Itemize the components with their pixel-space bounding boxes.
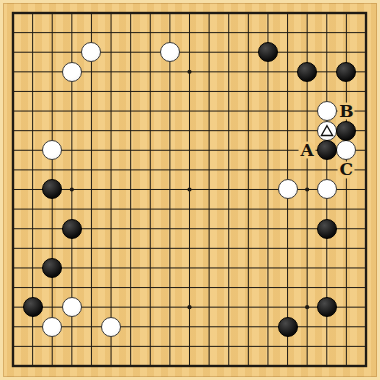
intersection[interactable]	[199, 160, 219, 180]
intersection[interactable]	[297, 199, 317, 219]
intersection[interactable]	[199, 23, 219, 43]
intersection[interactable]	[101, 199, 121, 219]
intersection[interactable]	[121, 219, 141, 239]
intersection[interactable]	[62, 121, 82, 141]
intersection[interactable]	[297, 317, 317, 337]
intersection[interactable]	[356, 23, 376, 43]
intersection[interactable]	[3, 101, 23, 121]
intersection[interactable]	[278, 199, 298, 219]
intersection[interactable]	[23, 239, 43, 259]
intersection[interactable]	[258, 82, 278, 102]
intersection[interactable]	[278, 278, 298, 298]
intersection[interactable]	[121, 317, 141, 337]
intersection[interactable]	[3, 258, 23, 278]
intersection[interactable]	[219, 219, 239, 239]
intersection[interactable]	[3, 23, 23, 43]
intersection[interactable]	[317, 239, 337, 259]
intersection[interactable]	[62, 356, 82, 376]
intersection[interactable]	[278, 239, 298, 259]
intersection[interactable]	[258, 356, 278, 376]
intersection[interactable]	[82, 140, 102, 160]
intersection[interactable]	[219, 180, 239, 200]
intersection[interactable]	[82, 23, 102, 43]
intersection[interactable]	[140, 219, 160, 239]
intersection[interactable]	[199, 82, 219, 102]
intersection[interactable]	[180, 356, 200, 376]
intersection[interactable]	[140, 42, 160, 62]
intersection[interactable]	[219, 101, 239, 121]
intersection[interactable]	[82, 356, 102, 376]
intersection[interactable]	[258, 160, 278, 180]
intersection[interactable]	[199, 258, 219, 278]
intersection[interactable]	[82, 297, 102, 317]
intersection[interactable]	[121, 297, 141, 317]
intersection[interactable]	[199, 317, 219, 337]
intersection[interactable]	[160, 3, 180, 23]
intersection[interactable]	[278, 101, 298, 121]
intersection[interactable]	[337, 278, 357, 298]
intersection[interactable]	[180, 42, 200, 62]
intersection[interactable]	[62, 239, 82, 259]
intersection[interactable]	[121, 62, 141, 82]
intersection[interactable]	[180, 160, 200, 180]
intersection[interactable]	[297, 258, 317, 278]
intersection[interactable]	[278, 23, 298, 43]
intersection[interactable]	[101, 258, 121, 278]
intersection[interactable]	[356, 140, 376, 160]
intersection[interactable]	[180, 278, 200, 298]
intersection[interactable]	[180, 199, 200, 219]
intersection[interactable]	[337, 3, 357, 23]
intersection[interactable]	[180, 140, 200, 160]
intersection[interactable]	[140, 62, 160, 82]
intersection[interactable]	[297, 337, 317, 357]
intersection[interactable]	[258, 239, 278, 259]
intersection[interactable]	[82, 82, 102, 102]
intersection[interactable]	[101, 180, 121, 200]
intersection[interactable]	[199, 121, 219, 141]
intersection[interactable]	[258, 140, 278, 160]
intersection[interactable]	[258, 258, 278, 278]
intersection[interactable]	[337, 82, 357, 102]
intersection[interactable]	[62, 82, 82, 102]
intersection[interactable]	[3, 42, 23, 62]
intersection[interactable]	[140, 121, 160, 141]
intersection[interactable]	[199, 337, 219, 357]
intersection[interactable]	[140, 180, 160, 200]
intersection[interactable]	[42, 42, 62, 62]
intersection[interactable]	[278, 140, 298, 160]
intersection[interactable]	[82, 121, 102, 141]
intersection[interactable]	[62, 258, 82, 278]
intersection[interactable]	[219, 62, 239, 82]
intersection[interactable]	[82, 337, 102, 357]
intersection[interactable]	[297, 3, 317, 23]
intersection[interactable]	[337, 337, 357, 357]
intersection[interactable]	[160, 23, 180, 43]
intersection[interactable]	[160, 317, 180, 337]
intersection[interactable]	[121, 121, 141, 141]
intersection[interactable]	[278, 121, 298, 141]
intersection[interactable]	[42, 199, 62, 219]
intersection[interactable]	[23, 62, 43, 82]
intersection[interactable]	[42, 297, 62, 317]
intersection[interactable]	[258, 317, 278, 337]
intersection[interactable]	[3, 121, 23, 141]
intersection[interactable]	[219, 239, 239, 259]
intersection[interactable]	[42, 62, 62, 82]
intersection[interactable]	[62, 160, 82, 180]
intersection[interactable]	[62, 101, 82, 121]
intersection[interactable]	[278, 337, 298, 357]
intersection[interactable]	[258, 219, 278, 239]
intersection[interactable]	[3, 199, 23, 219]
intersection[interactable]	[337, 297, 357, 317]
intersection[interactable]	[121, 278, 141, 298]
intersection[interactable]	[219, 23, 239, 43]
intersection[interactable]	[101, 23, 121, 43]
intersection[interactable]	[180, 297, 200, 317]
intersection[interactable]	[258, 180, 278, 200]
intersection[interactable]	[160, 239, 180, 259]
intersection[interactable]	[23, 160, 43, 180]
intersection[interactable]	[317, 199, 337, 219]
intersection[interactable]	[3, 239, 23, 259]
intersection[interactable]	[219, 258, 239, 278]
intersection[interactable]	[42, 219, 62, 239]
intersection[interactable]	[82, 258, 102, 278]
intersection[interactable]	[219, 199, 239, 219]
intersection[interactable]	[180, 82, 200, 102]
intersection[interactable]	[356, 219, 376, 239]
intersection[interactable]	[101, 140, 121, 160]
intersection[interactable]	[337, 180, 357, 200]
intersection[interactable]	[121, 356, 141, 376]
intersection[interactable]	[219, 356, 239, 376]
intersection[interactable]	[297, 101, 317, 121]
intersection[interactable]	[219, 278, 239, 298]
intersection[interactable]	[101, 297, 121, 317]
intersection[interactable]	[180, 101, 200, 121]
intersection[interactable]	[62, 337, 82, 357]
intersection[interactable]	[82, 160, 102, 180]
intersection[interactable]	[297, 160, 317, 180]
intersection[interactable]	[23, 337, 43, 357]
intersection[interactable]	[180, 258, 200, 278]
intersection[interactable]	[160, 160, 180, 180]
intersection[interactable]	[180, 62, 200, 82]
intersection[interactable]	[121, 101, 141, 121]
intersection[interactable]	[140, 160, 160, 180]
intersection[interactable]	[3, 337, 23, 357]
intersection[interactable]	[219, 121, 239, 141]
intersection[interactable]	[356, 160, 376, 180]
intersection[interactable]	[82, 239, 102, 259]
intersection[interactable]	[82, 278, 102, 298]
intersection[interactable]	[337, 199, 357, 219]
intersection[interactable]	[356, 3, 376, 23]
intersection[interactable]	[160, 337, 180, 357]
intersection[interactable]	[42, 23, 62, 43]
intersection[interactable]	[3, 82, 23, 102]
intersection[interactable]	[258, 101, 278, 121]
intersection[interactable]	[297, 239, 317, 259]
intersection[interactable]	[180, 121, 200, 141]
intersection[interactable]	[3, 160, 23, 180]
intersection[interactable]	[3, 356, 23, 376]
intersection[interactable]	[121, 3, 141, 23]
intersection[interactable]	[239, 140, 259, 160]
intersection[interactable]	[101, 239, 121, 259]
intersection[interactable]	[356, 199, 376, 219]
intersection[interactable]	[101, 82, 121, 102]
intersection[interactable]	[121, 180, 141, 200]
intersection[interactable]	[337, 23, 357, 43]
intersection[interactable]	[258, 199, 278, 219]
intersection[interactable]	[23, 140, 43, 160]
intersection[interactable]	[3, 3, 23, 23]
intersection[interactable]	[239, 278, 259, 298]
intersection[interactable]	[82, 101, 102, 121]
intersection[interactable]	[160, 219, 180, 239]
intersection[interactable]	[278, 62, 298, 82]
intersection[interactable]	[337, 219, 357, 239]
intersection[interactable]	[42, 121, 62, 141]
intersection[interactable]	[82, 199, 102, 219]
intersection[interactable]	[121, 82, 141, 102]
intersection[interactable]	[356, 62, 376, 82]
intersection[interactable]	[297, 180, 317, 200]
intersection[interactable]	[258, 3, 278, 23]
intersection[interactable]	[140, 101, 160, 121]
intersection[interactable]	[239, 121, 259, 141]
intersection[interactable]	[140, 239, 160, 259]
intersection[interactable]	[356, 317, 376, 337]
intersection[interactable]	[101, 278, 121, 298]
intersection[interactable]	[160, 62, 180, 82]
intersection[interactable]	[239, 337, 259, 357]
intersection[interactable]	[337, 317, 357, 337]
intersection[interactable]	[297, 42, 317, 62]
intersection[interactable]	[239, 62, 259, 82]
intersection[interactable]	[258, 297, 278, 317]
intersection[interactable]	[101, 219, 121, 239]
intersection[interactable]	[317, 356, 337, 376]
intersection[interactable]	[239, 317, 259, 337]
intersection[interactable]	[356, 101, 376, 121]
intersection[interactable]	[297, 356, 317, 376]
intersection[interactable]	[62, 140, 82, 160]
intersection[interactable]	[23, 3, 43, 23]
intersection[interactable]	[140, 258, 160, 278]
intersection[interactable]	[62, 278, 82, 298]
intersection[interactable]	[3, 140, 23, 160]
intersection[interactable]	[62, 3, 82, 23]
intersection[interactable]	[297, 121, 317, 141]
intersection[interactable]	[140, 356, 160, 376]
intersection[interactable]	[23, 42, 43, 62]
intersection[interactable]	[356, 42, 376, 62]
intersection[interactable]	[121, 199, 141, 219]
intersection[interactable]	[140, 337, 160, 357]
intersection[interactable]	[317, 278, 337, 298]
intersection[interactable]	[356, 121, 376, 141]
intersection[interactable]	[101, 3, 121, 23]
intersection[interactable]	[101, 42, 121, 62]
intersection[interactable]	[42, 239, 62, 259]
intersection[interactable]	[278, 297, 298, 317]
intersection[interactable]	[23, 180, 43, 200]
intersection[interactable]	[219, 337, 239, 357]
intersection[interactable]	[42, 101, 62, 121]
intersection[interactable]	[199, 278, 219, 298]
intersection[interactable]	[101, 160, 121, 180]
intersection[interactable]	[140, 82, 160, 102]
intersection[interactable]	[101, 121, 121, 141]
intersection[interactable]	[199, 101, 219, 121]
intersection[interactable]	[317, 160, 337, 180]
intersection[interactable]	[258, 337, 278, 357]
intersection[interactable]	[121, 23, 141, 43]
intersection[interactable]	[42, 356, 62, 376]
intersection[interactable]	[140, 23, 160, 43]
intersection[interactable]	[239, 3, 259, 23]
intersection[interactable]	[42, 160, 62, 180]
intersection[interactable]	[62, 42, 82, 62]
intersection[interactable]	[180, 317, 200, 337]
intersection[interactable]	[160, 258, 180, 278]
intersection[interactable]	[199, 356, 219, 376]
intersection[interactable]	[278, 82, 298, 102]
intersection[interactable]	[23, 82, 43, 102]
intersection[interactable]	[140, 199, 160, 219]
intersection[interactable]	[180, 239, 200, 259]
intersection[interactable]	[160, 101, 180, 121]
intersection[interactable]	[239, 219, 259, 239]
intersection[interactable]	[3, 278, 23, 298]
intersection[interactable]	[356, 356, 376, 376]
intersection[interactable]	[199, 42, 219, 62]
intersection[interactable]	[3, 180, 23, 200]
intersection[interactable]	[160, 140, 180, 160]
intersection[interactable]	[278, 3, 298, 23]
intersection[interactable]	[337, 258, 357, 278]
intersection[interactable]	[82, 3, 102, 23]
intersection[interactable]	[101, 337, 121, 357]
intersection[interactable]	[121, 337, 141, 357]
intersection[interactable]	[356, 337, 376, 357]
intersection[interactable]	[199, 297, 219, 317]
intersection[interactable]	[199, 3, 219, 23]
intersection[interactable]	[62, 317, 82, 337]
intersection[interactable]	[239, 356, 259, 376]
intersection[interactable]	[140, 140, 160, 160]
intersection[interactable]	[278, 42, 298, 62]
intersection[interactable]	[3, 62, 23, 82]
intersection[interactable]	[23, 258, 43, 278]
intersection[interactable]	[239, 180, 259, 200]
intersection[interactable]	[140, 3, 160, 23]
intersection[interactable]	[23, 23, 43, 43]
intersection[interactable]	[160, 82, 180, 102]
intersection[interactable]	[23, 101, 43, 121]
intersection[interactable]	[62, 23, 82, 43]
intersection[interactable]	[160, 199, 180, 219]
intersection[interactable]	[199, 62, 219, 82]
intersection[interactable]	[140, 317, 160, 337]
intersection[interactable]	[317, 258, 337, 278]
intersection[interactable]	[278, 219, 298, 239]
intersection[interactable]	[199, 199, 219, 219]
intersection[interactable]	[356, 82, 376, 102]
intersection[interactable]	[140, 297, 160, 317]
intersection[interactable]	[297, 23, 317, 43]
intersection[interactable]	[317, 337, 337, 357]
intersection[interactable]	[3, 219, 23, 239]
intersection[interactable]	[180, 219, 200, 239]
intersection[interactable]	[82, 317, 102, 337]
intersection[interactable]	[121, 140, 141, 160]
intersection[interactable]	[337, 356, 357, 376]
intersection[interactable]	[278, 160, 298, 180]
intersection[interactable]	[239, 239, 259, 259]
intersection[interactable]	[82, 62, 102, 82]
intersection[interactable]	[356, 239, 376, 259]
intersection[interactable]	[62, 199, 82, 219]
intersection[interactable]	[356, 180, 376, 200]
intersection[interactable]	[42, 337, 62, 357]
intersection[interactable]	[258, 23, 278, 43]
intersection[interactable]	[42, 82, 62, 102]
intersection[interactable]	[180, 23, 200, 43]
intersection[interactable]	[199, 239, 219, 259]
intersection[interactable]	[317, 3, 337, 23]
intersection[interactable]	[297, 82, 317, 102]
intersection[interactable]	[160, 297, 180, 317]
intersection[interactable]	[239, 101, 259, 121]
intersection[interactable]	[337, 42, 357, 62]
intersection[interactable]	[356, 278, 376, 298]
intersection[interactable]	[180, 3, 200, 23]
intersection[interactable]	[101, 356, 121, 376]
intersection[interactable]	[278, 356, 298, 376]
intersection[interactable]	[317, 62, 337, 82]
intersection[interactable]	[23, 356, 43, 376]
intersection[interactable]	[23, 278, 43, 298]
intersection[interactable]	[239, 82, 259, 102]
intersection[interactable]	[180, 337, 200, 357]
intersection[interactable]	[356, 297, 376, 317]
intersection[interactable]	[219, 82, 239, 102]
intersection[interactable]	[160, 278, 180, 298]
intersection[interactable]	[23, 121, 43, 141]
intersection[interactable]	[23, 199, 43, 219]
intersection[interactable]	[101, 101, 121, 121]
intersection[interactable]	[317, 317, 337, 337]
intersection[interactable]	[160, 180, 180, 200]
intersection[interactable]	[239, 258, 259, 278]
intersection[interactable]	[258, 62, 278, 82]
intersection[interactable]	[258, 121, 278, 141]
intersection[interactable]	[23, 219, 43, 239]
intersection[interactable]	[82, 219, 102, 239]
intersection[interactable]	[317, 82, 337, 102]
intersection[interactable]	[356, 258, 376, 278]
intersection[interactable]	[239, 199, 259, 219]
intersection[interactable]	[239, 42, 259, 62]
intersection[interactable]	[317, 23, 337, 43]
intersection[interactable]	[239, 160, 259, 180]
